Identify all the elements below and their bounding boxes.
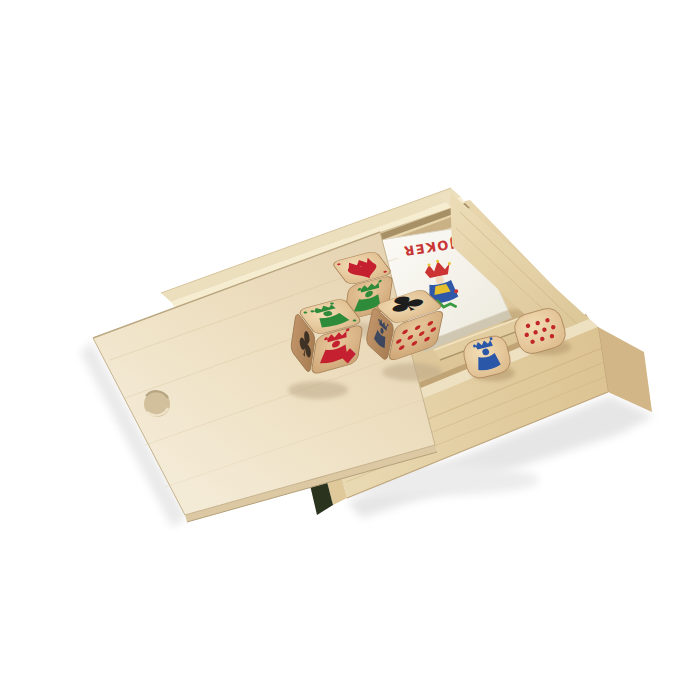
product-photo: Wooden slide-lid game box with playing c… [0,0,700,700]
lid-finger-hole [144,391,170,417]
scene-svg: JOKER [0,0,700,700]
